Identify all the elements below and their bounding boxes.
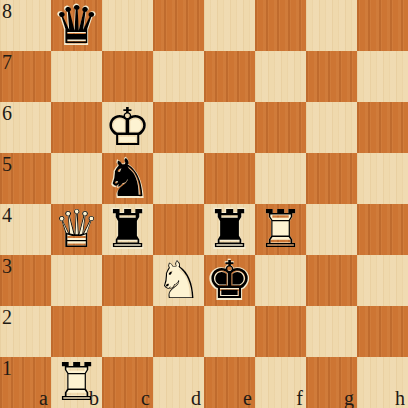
square-h8[interactable] [357,0,408,51]
square-a2[interactable]: 2 [0,306,51,357]
square-g2[interactable] [306,306,357,357]
rank-label-4: 4 [2,205,12,225]
square-d7[interactable] [153,51,204,102]
piece-body-glyph: ♛ [51,0,102,51]
square-g1[interactable]: g [306,357,357,408]
square-h5[interactable] [357,153,408,204]
square-g8[interactable] [306,0,357,51]
file-label-e: e [243,388,252,408]
square-h6[interactable] [357,102,408,153]
square-f1[interactable]: f [255,357,306,408]
rank-label-3: 3 [2,256,12,276]
piece-white-rook[interactable]: ♜♖ [255,204,306,255]
square-a5[interactable]: 5 [0,153,51,204]
file-label-f: f [296,388,303,408]
square-b7[interactable] [51,51,102,102]
square-f7[interactable] [255,51,306,102]
piece-outline-glyph: ♖ [51,357,102,408]
rank-label-7: 7 [2,52,12,72]
piece-body-glyph: ♜ [102,204,153,255]
square-e3[interactable]: ♚♚ [204,255,255,306]
square-g4[interactable] [306,204,357,255]
square-e1[interactable]: e [204,357,255,408]
rank-label-6: 6 [2,103,12,123]
square-e7[interactable] [204,51,255,102]
square-g3[interactable] [306,255,357,306]
chess-board: 8♛♛76♚♔5♞♞4♛♕♜♜♜♜♜♖3♞♘♚♚21ab♜♖cdefgh [0,0,408,408]
square-e2[interactable] [204,306,255,357]
square-b8[interactable]: ♛♛ [51,0,102,51]
square-d8[interactable] [153,0,204,51]
square-b4[interactable]: ♛♕ [51,204,102,255]
square-e8[interactable] [204,0,255,51]
square-d2[interactable] [153,306,204,357]
square-c2[interactable] [102,306,153,357]
square-c3[interactable] [102,255,153,306]
piece-black-king[interactable]: ♚♚ [204,255,255,306]
piece-black-rook[interactable]: ♜♜ [102,204,153,255]
square-b2[interactable] [51,306,102,357]
square-a3[interactable]: 3 [0,255,51,306]
piece-white-rook[interactable]: ♜♖ [51,357,102,408]
square-h3[interactable] [357,255,408,306]
square-a8[interactable]: 8 [0,0,51,51]
piece-white-queen[interactable]: ♛♕ [51,204,102,255]
piece-outline-glyph: ♖ [255,204,306,255]
square-f5[interactable] [255,153,306,204]
square-d4[interactable] [153,204,204,255]
file-label-c: c [141,388,150,408]
square-h7[interactable] [357,51,408,102]
rank-label-2: 2 [2,307,12,327]
square-g7[interactable] [306,51,357,102]
square-g6[interactable] [306,102,357,153]
rank-label-8: 8 [2,1,12,21]
file-label-h: h [395,388,405,408]
square-g5[interactable] [306,153,357,204]
square-b1[interactable]: b♜♖ [51,357,102,408]
piece-outline-glyph: ♘ [153,255,204,306]
square-f3[interactable] [255,255,306,306]
square-d3[interactable]: ♞♘ [153,255,204,306]
piece-body-glyph: ♚ [204,255,255,306]
square-e6[interactable] [204,102,255,153]
square-c4[interactable]: ♜♜ [102,204,153,255]
file-label-d: d [191,388,201,408]
piece-black-queen[interactable]: ♛♛ [51,0,102,51]
square-a4[interactable]: 4 [0,204,51,255]
square-a1[interactable]: 1a [0,357,51,408]
square-h4[interactable] [357,204,408,255]
square-f4[interactable]: ♜♖ [255,204,306,255]
square-a6[interactable]: 6 [0,102,51,153]
rank-label-1: 1 [2,358,12,378]
square-f2[interactable] [255,306,306,357]
square-a7[interactable]: 7 [0,51,51,102]
square-c7[interactable] [102,51,153,102]
file-label-a: a [39,388,48,408]
square-c8[interactable] [102,0,153,51]
square-d6[interactable] [153,102,204,153]
piece-white-knight[interactable]: ♞♘ [153,255,204,306]
square-b5[interactable] [51,153,102,204]
square-h2[interactable] [357,306,408,357]
square-f6[interactable] [255,102,306,153]
square-c1[interactable]: c [102,357,153,408]
square-b6[interactable] [51,102,102,153]
square-b3[interactable] [51,255,102,306]
rank-label-5: 5 [2,154,12,174]
piece-outline-glyph: ♕ [51,204,102,255]
square-f8[interactable] [255,0,306,51]
file-label-g: g [344,388,354,408]
square-d1[interactable]: d [153,357,204,408]
square-d5[interactable] [153,153,204,204]
square-h1[interactable]: h [357,357,408,408]
